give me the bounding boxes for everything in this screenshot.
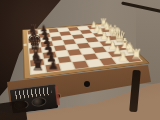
photo-frame: ♜♟♟♜♞♟♟♞♝♟♟♝♚♟♟♚♛♟♟♛♝♟♟♝♞♟♟♞♜♟♟♜ [0,0,160,120]
jack-socket [84,81,90,87]
corner-shadow [0,100,27,120]
square-a6 [59,62,74,70]
piece-bR-a8: ♜ [32,59,45,74]
piece-wR-a1: ♜ [130,48,142,61]
speaker-grille [15,87,52,99]
piece-wP-a2: ♟ [117,51,128,63]
square-a7: ♟ [45,64,60,72]
dial-right-knob [31,97,47,108]
square-a8: ♜ [31,66,46,75]
piece-bP-a7: ♟ [48,59,59,72]
